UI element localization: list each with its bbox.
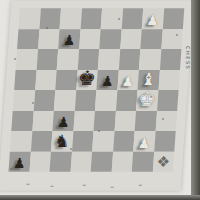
square-d5[interactable]: ♚ bbox=[76, 70, 98, 90]
square-b1[interactable] bbox=[29, 151, 51, 171]
square-c3[interactable]: ♟ bbox=[52, 110, 74, 130]
square-b7[interactable] bbox=[38, 29, 60, 49]
chess-board: ♟♟♚♟♟♝♚♟♞♟♟❖ bbox=[8, 8, 184, 172]
square-f4[interactable] bbox=[116, 90, 138, 110]
square-g7[interactable] bbox=[140, 29, 162, 49]
square-e7[interactable] bbox=[99, 29, 121, 49]
square-h5[interactable] bbox=[158, 70, 180, 90]
square-h7[interactable] bbox=[161, 29, 183, 49]
photo-edge-right bbox=[191, 0, 200, 200]
square-c1[interactable] bbox=[50, 151, 72, 171]
square-g4[interactable]: ♚ bbox=[136, 90, 158, 110]
square-f5[interactable]: ♟ bbox=[117, 70, 139, 90]
square-d3[interactable] bbox=[73, 110, 95, 130]
black-king[interactable]: ♚ bbox=[77, 68, 96, 88]
square-g3[interactable] bbox=[135, 110, 157, 130]
square-e4[interactable] bbox=[95, 90, 117, 110]
scuff-mark bbox=[139, 185, 142, 186]
square-c8[interactable] bbox=[60, 8, 82, 28]
black-pawn[interactable]: ♟ bbox=[62, 33, 76, 47]
dust-speckle bbox=[162, 118, 164, 120]
square-a7[interactable] bbox=[17, 29, 39, 49]
scuff-mark bbox=[51, 186, 54, 187]
square-d7[interactable] bbox=[79, 29, 101, 49]
square-a2[interactable] bbox=[10, 131, 32, 151]
board-logo-ornament-icon: ❖ bbox=[156, 153, 171, 171]
square-f3[interactable] bbox=[114, 110, 136, 130]
square-b8[interactable] bbox=[39, 8, 61, 28]
square-a5[interactable] bbox=[14, 70, 36, 90]
square-a4[interactable] bbox=[13, 90, 35, 110]
square-h2[interactable] bbox=[154, 131, 176, 151]
scuff-mark bbox=[27, 184, 30, 185]
black-pawn[interactable]: ♟ bbox=[57, 115, 71, 129]
square-e2[interactable] bbox=[92, 131, 114, 151]
square-a8[interactable] bbox=[18, 8, 40, 28]
square-f8[interactable] bbox=[121, 8, 143, 28]
white-pawn[interactable]: ♟ bbox=[121, 74, 135, 88]
square-a3[interactable] bbox=[11, 110, 33, 130]
square-f1[interactable] bbox=[111, 151, 133, 171]
dust-speckle bbox=[150, 96, 152, 98]
black-pawn[interactable]: ♟ bbox=[13, 156, 27, 170]
scuff-mark bbox=[111, 187, 114, 188]
square-a6[interactable] bbox=[16, 49, 38, 69]
square-g2[interactable]: ♟ bbox=[133, 131, 155, 151]
square-e3[interactable] bbox=[94, 110, 116, 130]
square-d8[interactable] bbox=[80, 8, 102, 28]
square-e6[interactable] bbox=[98, 49, 120, 69]
chess-board-photo: ♟♟♚♟♟♝♚♟♞♟♟❖ bbox=[0, 0, 194, 191]
square-d4[interactable] bbox=[74, 90, 96, 110]
dust-speckle bbox=[32, 102, 34, 104]
white-pawn[interactable]: ♟ bbox=[137, 135, 151, 149]
square-e1[interactable] bbox=[91, 151, 113, 171]
board-brand-text: CHESS bbox=[185, 46, 191, 70]
square-g1[interactable] bbox=[132, 151, 154, 171]
square-h3[interactable] bbox=[155, 110, 177, 130]
square-b2[interactable] bbox=[30, 131, 52, 151]
square-g8[interactable]: ♟ bbox=[142, 8, 164, 28]
dust-speckle bbox=[14, 58, 16, 60]
square-c6[interactable] bbox=[57, 49, 79, 69]
black-pawn[interactable]: ♟ bbox=[101, 74, 115, 88]
square-f6[interactable] bbox=[118, 49, 140, 69]
white-pawn[interactable]: ♟ bbox=[146, 13, 160, 27]
square-h6[interactable] bbox=[159, 49, 181, 69]
square-h8[interactable] bbox=[162, 8, 184, 28]
photo-edge-bottom bbox=[0, 195, 200, 200]
dust-speckle bbox=[176, 34, 178, 36]
square-h1[interactable]: ❖ bbox=[152, 151, 174, 171]
dust-speckle bbox=[118, 18, 120, 20]
dust-speckle bbox=[70, 148, 72, 150]
square-d1[interactable] bbox=[70, 151, 92, 171]
scuff-mark bbox=[83, 185, 86, 186]
dust-speckle bbox=[98, 130, 100, 132]
square-c5[interactable] bbox=[55, 70, 77, 90]
dust-speckle bbox=[46, 27, 48, 29]
square-d2[interactable] bbox=[72, 131, 94, 151]
white-king[interactable]: ♚ bbox=[137, 89, 156, 109]
square-h4[interactable] bbox=[157, 90, 179, 110]
square-b3[interactable] bbox=[32, 110, 54, 130]
square-c4[interactable] bbox=[54, 90, 76, 110]
square-b4[interactable] bbox=[33, 90, 55, 110]
square-e5[interactable]: ♟ bbox=[96, 70, 118, 90]
square-f2[interactable] bbox=[113, 131, 135, 151]
dust-speckle bbox=[10, 168, 12, 170]
white-bishop[interactable]: ♝ bbox=[140, 71, 156, 88]
black-knight[interactable]: ♞ bbox=[54, 132, 70, 149]
square-c7[interactable]: ♟ bbox=[58, 29, 80, 49]
square-b6[interactable] bbox=[36, 49, 58, 69]
square-f7[interactable] bbox=[120, 29, 142, 49]
square-b5[interactable] bbox=[35, 70, 57, 90]
square-g6[interactable] bbox=[139, 49, 161, 69]
